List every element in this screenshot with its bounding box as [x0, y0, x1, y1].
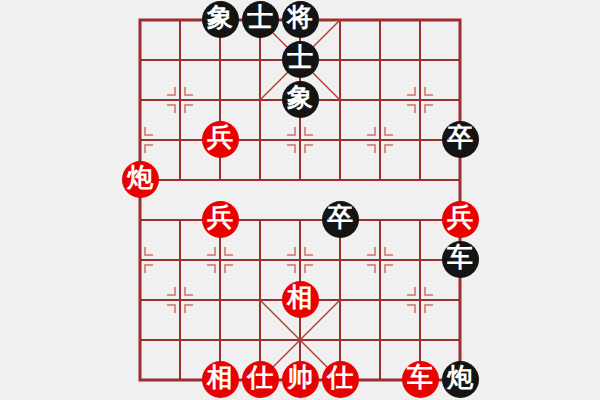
piece-glyph: 士 — [247, 5, 273, 31]
piece-glyph: 仕 — [247, 365, 273, 391]
piece-red-pawn-i5[interactable]: 兵 — [442, 201, 479, 238]
piece-red-pawn-c5[interactable]: 兵 — [202, 201, 239, 238]
piece-glyph: 士 — [287, 45, 313, 71]
piece-red-cannon-a4[interactable]: 炮 — [122, 161, 159, 198]
pieces-grid[interactable]: 象士将士象兵卒炮兵卒兵车相相仕帅仕车炮 — [120, 0, 480, 400]
piece-black-elephant-e2[interactable]: 象 — [282, 81, 319, 118]
piece-glyph: 兵 — [447, 205, 473, 231]
piece-red-chariot-h9[interactable]: 车 — [402, 361, 439, 398]
piece-glyph: 相 — [287, 285, 313, 311]
piece-red-pawn-c3[interactable]: 兵 — [202, 121, 239, 158]
piece-black-chariot-i6[interactable]: 车 — [442, 241, 479, 278]
piece-red-advisor-d9[interactable]: 仕 — [242, 361, 279, 398]
piece-glyph: 相 — [207, 365, 233, 391]
piece-black-cannon-i9[interactable]: 炮 — [442, 361, 479, 398]
xiangqi-board-screenshot: 象士将士象兵卒炮兵卒兵车相相仕帅仕车炮 — [0, 0, 600, 400]
piece-glyph: 卒 — [447, 125, 473, 151]
piece-black-pawn-i3[interactable]: 卒 — [442, 121, 479, 158]
piece-glyph: 卒 — [327, 205, 353, 231]
piece-glyph: 炮 — [447, 365, 473, 391]
piece-black-advisor-d0[interactable]: 士 — [242, 1, 279, 38]
piece-black-pawn-f5[interactable]: 卒 — [322, 201, 359, 238]
piece-black-general-e0[interactable]: 将 — [282, 1, 319, 38]
piece-red-general-e9[interactable]: 帅 — [282, 361, 319, 398]
piece-glyph: 车 — [407, 365, 433, 391]
piece-red-elephant-c9[interactable]: 相 — [202, 361, 239, 398]
piece-glyph: 将 — [287, 5, 313, 31]
piece-glyph: 象 — [207, 5, 233, 31]
piece-glyph: 象 — [287, 85, 313, 111]
piece-glyph: 炮 — [127, 165, 153, 191]
piece-glyph: 车 — [447, 245, 473, 271]
piece-black-advisor-e1[interactable]: 士 — [282, 41, 319, 78]
piece-glyph: 兵 — [207, 125, 233, 151]
piece-glyph: 仕 — [327, 365, 353, 391]
piece-glyph: 兵 — [207, 205, 233, 231]
piece-black-elephant-c0[interactable]: 象 — [202, 1, 239, 38]
piece-glyph: 帅 — [287, 365, 313, 391]
piece-red-advisor-f9[interactable]: 仕 — [322, 361, 359, 398]
piece-red-elephant-e7[interactable]: 相 — [282, 281, 319, 318]
